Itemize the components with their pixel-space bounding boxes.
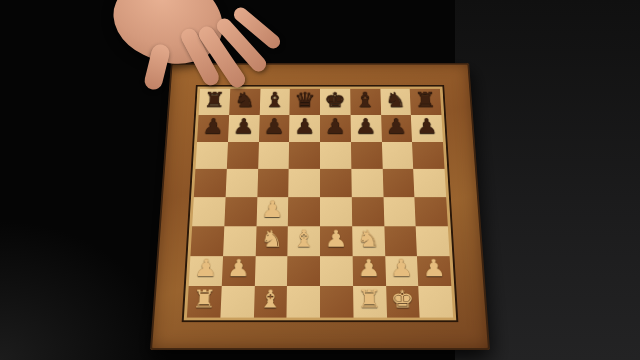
white-bishop-c1: ♝ bbox=[258, 287, 282, 311]
square-d6 bbox=[289, 142, 320, 169]
square-h5 bbox=[413, 169, 446, 197]
square-e3: ♟ bbox=[320, 226, 352, 256]
square-c5 bbox=[257, 169, 289, 197]
black-pawn-d7: ♟ bbox=[294, 116, 316, 137]
black-pawn-c7: ♟ bbox=[263, 116, 285, 137]
white-pawn-h2: ♟ bbox=[422, 257, 447, 281]
square-b1 bbox=[220, 286, 254, 317]
square-f1: ♜ bbox=[353, 286, 387, 317]
white-knight-c3: ♞ bbox=[260, 227, 284, 250]
square-b4 bbox=[224, 197, 257, 226]
background-table-glow bbox=[0, 220, 170, 360]
square-g1: ♚ bbox=[386, 286, 420, 317]
square-f6 bbox=[351, 142, 383, 169]
square-e2 bbox=[320, 256, 353, 286]
square-d2 bbox=[287, 256, 320, 286]
square-a1: ♜ bbox=[187, 286, 222, 317]
square-h8: ♜ bbox=[410, 89, 441, 115]
square-b2: ♟ bbox=[222, 256, 256, 286]
square-d1 bbox=[287, 286, 320, 317]
square-h1 bbox=[418, 286, 453, 317]
square-g2: ♟ bbox=[385, 256, 419, 286]
black-knight-g8: ♞ bbox=[384, 89, 406, 109]
square-g7: ♟ bbox=[381, 115, 413, 142]
black-pawn-a7: ♟ bbox=[202, 116, 225, 137]
white-pawn-f2: ♟ bbox=[357, 257, 381, 281]
square-e5 bbox=[320, 169, 352, 197]
black-knight-b8: ♞ bbox=[233, 89, 255, 109]
square-e1 bbox=[320, 286, 353, 317]
black-queen-d8: ♛ bbox=[294, 89, 316, 109]
black-pawn-f7: ♟ bbox=[355, 116, 377, 137]
square-c8: ♝ bbox=[259, 89, 290, 115]
black-pawn-g7: ♟ bbox=[385, 116, 408, 137]
square-g6 bbox=[381, 142, 413, 169]
hand-finger bbox=[231, 5, 283, 52]
white-pawn-a2: ♟ bbox=[194, 257, 219, 281]
black-pawn-e7: ♟ bbox=[324, 116, 346, 137]
square-c3: ♞ bbox=[255, 226, 288, 256]
square-a5 bbox=[194, 169, 227, 197]
white-pawn-e3: ♟ bbox=[325, 227, 348, 250]
square-f3: ♞ bbox=[352, 226, 385, 256]
black-rook-h8: ♜ bbox=[414, 89, 437, 109]
square-a8: ♜ bbox=[199, 89, 230, 115]
square-b6 bbox=[227, 142, 259, 169]
square-b3 bbox=[223, 226, 256, 256]
square-a7: ♟ bbox=[197, 115, 229, 142]
video-frame: ♜♞♝♛♚♝♞♜♟♟♟♟♟♟♟♟♟♞♝♟♞♟♟♟♟♟♜♝♜♚ bbox=[0, 0, 640, 360]
square-c6 bbox=[258, 142, 290, 169]
square-d8: ♛ bbox=[290, 89, 320, 115]
square-g3 bbox=[384, 226, 417, 256]
square-a4 bbox=[192, 197, 225, 226]
black-bishop-f8: ♝ bbox=[354, 89, 376, 109]
white-pawn-b2: ♟ bbox=[226, 257, 250, 281]
square-d4 bbox=[288, 197, 320, 226]
white-rook-f1: ♜ bbox=[357, 287, 381, 311]
square-e7: ♟ bbox=[320, 115, 351, 142]
square-f8: ♝ bbox=[350, 89, 381, 115]
square-g5 bbox=[382, 169, 414, 197]
square-e8: ♚ bbox=[320, 89, 350, 115]
square-a3 bbox=[190, 226, 224, 256]
black-pawn-b7: ♟ bbox=[232, 116, 255, 137]
white-king-g1: ♚ bbox=[390, 287, 415, 311]
square-c2 bbox=[254, 256, 287, 286]
square-e6 bbox=[320, 142, 351, 169]
white-rook-a1: ♜ bbox=[192, 287, 217, 311]
square-d3: ♝ bbox=[288, 226, 320, 256]
white-bishop-d3: ♝ bbox=[292, 227, 315, 250]
white-knight-f3: ♞ bbox=[356, 227, 380, 250]
square-f7: ♟ bbox=[350, 115, 381, 142]
square-g8: ♞ bbox=[380, 89, 411, 115]
square-e4 bbox=[320, 197, 352, 226]
square-f4 bbox=[352, 197, 384, 226]
square-b5 bbox=[225, 169, 257, 197]
hand-wrist bbox=[123, 0, 222, 22]
square-d7: ♟ bbox=[289, 115, 320, 142]
black-bishop-c8: ♝ bbox=[264, 89, 286, 109]
white-pawn-c4: ♟ bbox=[261, 198, 284, 220]
black-king-e8: ♚ bbox=[324, 89, 346, 109]
square-g4 bbox=[383, 197, 416, 226]
square-c4: ♟ bbox=[256, 197, 288, 226]
square-a6 bbox=[195, 142, 227, 169]
square-f2: ♟ bbox=[352, 256, 385, 286]
square-a2: ♟ bbox=[189, 256, 223, 286]
hand-thumb bbox=[143, 43, 172, 92]
square-h6 bbox=[412, 142, 444, 169]
square-h2: ♟ bbox=[417, 256, 451, 286]
square-c7: ♟ bbox=[259, 115, 290, 142]
square-c1: ♝ bbox=[253, 286, 287, 317]
chessboard: ♜♞♝♛♚♝♞♜♟♟♟♟♟♟♟♟♟♞♝♟♞♟♟♟♟♟♜♝♜♚ bbox=[150, 63, 490, 350]
board-squares: ♜♞♝♛♚♝♞♜♟♟♟♟♟♟♟♟♟♞♝♟♞♟♟♟♟♟♜♝♜♚ bbox=[187, 89, 453, 318]
black-rook-a8: ♜ bbox=[203, 89, 226, 109]
square-h3 bbox=[416, 226, 450, 256]
square-f5 bbox=[351, 169, 383, 197]
square-h4 bbox=[415, 197, 448, 226]
black-pawn-h7: ♟ bbox=[415, 116, 438, 137]
square-b8: ♞ bbox=[229, 89, 260, 115]
white-pawn-g2: ♟ bbox=[389, 257, 413, 281]
square-h7: ♟ bbox=[411, 115, 443, 142]
square-b7: ♟ bbox=[228, 115, 260, 142]
square-d5 bbox=[288, 169, 320, 197]
